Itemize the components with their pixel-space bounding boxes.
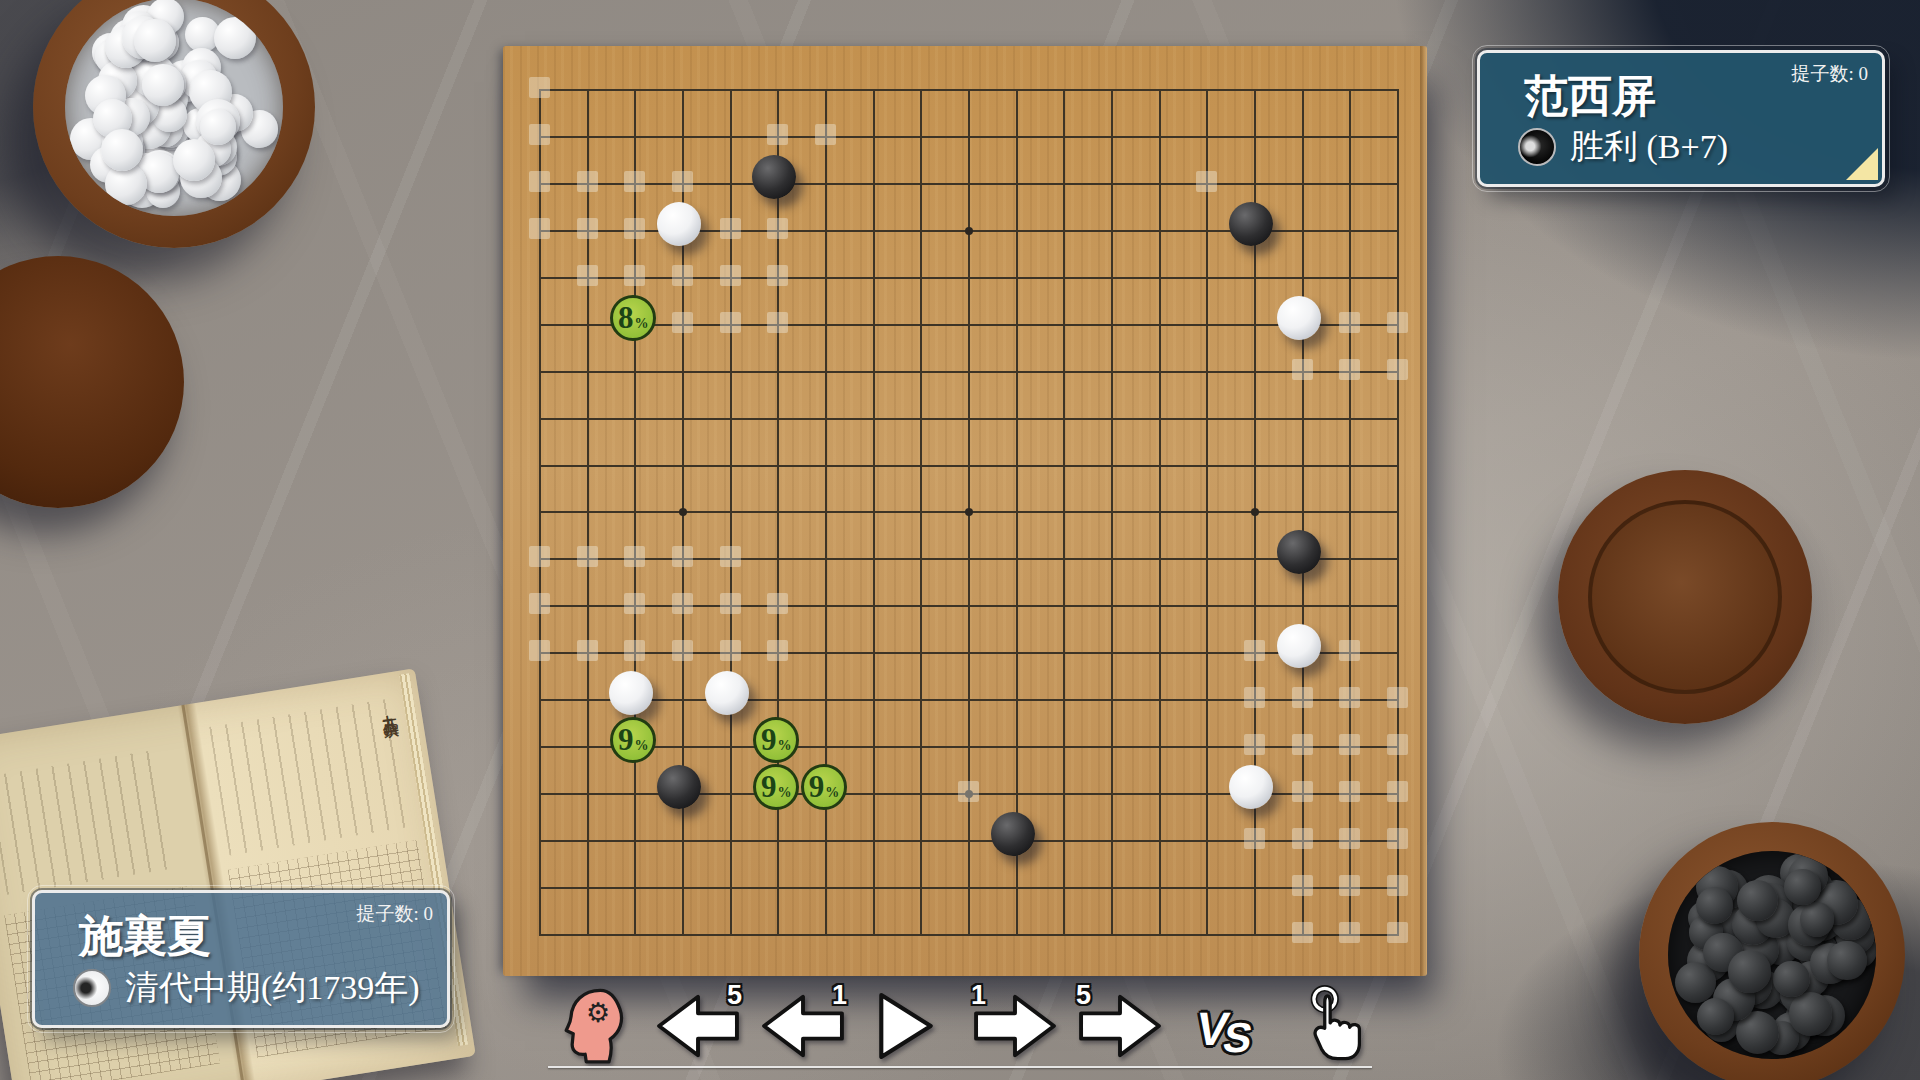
stone-black [1229,202,1273,246]
influence-square [767,218,788,239]
influence-square [1339,828,1360,849]
suggestion-percent-value: 8 [618,300,634,336]
black-go-stone-pebble [1728,950,1770,992]
back-1-button[interactable]: 1 [755,988,851,1064]
forward-5-label: 5 [1076,980,1091,1011]
white-go-stone-pebble [134,19,177,62]
captures-count-bottom: 提子数: 0 [356,901,433,927]
influence-square [577,640,598,661]
percent-sign: % [778,785,792,801]
white-go-stone-pebble [214,17,256,59]
grid-line-horizontal [539,605,1399,607]
hand-pointer-icon [1295,985,1361,1063]
move-suggestion-marker[interactable]: 9% [753,764,799,810]
influence-square [1387,687,1408,708]
book-text-columns [209,699,407,856]
grid-line-horizontal [539,840,1399,842]
grid-line-vertical [1206,89,1208,936]
influence-square [672,265,693,286]
white-stone-icon [73,969,111,1007]
go-board[interactable]: 8%9%9%9%9% [503,46,1425,976]
influence-square [815,124,836,145]
influence-square [1339,734,1360,755]
result-text-top: 胜利 (B+7) [1570,124,1728,170]
influence-square [767,265,788,286]
influence-square [720,640,741,661]
grid-line-horizontal [539,887,1399,889]
influence-square [1292,359,1313,380]
influence-square [767,312,788,333]
influence-square [529,77,550,98]
black-go-stone-pebble [1773,961,1809,997]
influence-square [624,218,645,239]
percent-sign: % [825,785,839,801]
suggestion-percent-value: 9 [761,722,777,758]
influence-square [1196,171,1217,192]
influence-square [624,593,645,614]
influence-square [672,171,693,192]
wooden-bowl-lid-right [1558,470,1812,724]
influence-square [1387,734,1408,755]
influence-square [1339,312,1360,333]
back-1-label: 1 [832,980,847,1011]
influence-square [624,171,645,192]
back-5-button[interactable]: 5 [650,988,746,1064]
influence-square [529,218,550,239]
influence-square [1292,922,1313,943]
influence-square [672,593,693,614]
book-text-columns [0,750,175,895]
stone-white [705,671,749,715]
grid-line-vertical [1302,89,1304,936]
white-go-stone-pebble [142,64,184,106]
influence-square [1244,640,1265,661]
black-stone-icon [1518,128,1556,166]
influence-square [529,593,550,614]
era-text-bottom: 清代中期(约1739年) [125,965,420,1011]
influence-square [767,124,788,145]
stone-white [1229,765,1273,809]
stone-white [609,671,653,715]
stone-black [991,812,1035,856]
influence-square [1292,734,1313,755]
percent-sign: % [778,738,792,754]
influence-square [1387,359,1408,380]
grid-line-vertical [1159,89,1161,936]
stone-black [1277,530,1321,574]
influence-square [720,218,741,239]
captures-count-top: 提子数: 0 [1791,61,1868,87]
grid-line-vertical [1063,89,1065,936]
black-go-stone-pebble [1827,941,1867,981]
player-card-fan-xiping: 提子数: 0 范西屏 胜利 (B+7) [1477,50,1885,187]
influence-square [1244,734,1265,755]
influence-square [1387,828,1408,849]
influence-square [577,171,598,192]
grid-line-vertical [1397,89,1399,936]
player-card-shi-xiangxia: 提子数: 0 施襄夏 清代中期(约1739年) [32,890,450,1028]
suggestion-percent-value: 9 [761,769,777,805]
influence-square [672,640,693,661]
influence-square [1292,875,1313,896]
stone-white [1277,624,1321,668]
versus-mode-button[interactable]: VS [1178,990,1270,1066]
influence-square [577,265,598,286]
influence-square [624,640,645,661]
play-icon [875,991,937,1061]
influence-square [1387,781,1408,802]
influence-square [1387,875,1408,896]
ai-think-button[interactable]: ⚙ [556,985,636,1065]
stone-white [1277,296,1321,340]
percent-sign: % [635,738,649,754]
influence-square [672,546,693,567]
grid-line-horizontal [539,558,1399,560]
influence-square [1339,922,1360,943]
black-stones-heap [1668,851,1876,1059]
star-point [965,508,973,516]
star-point [679,508,687,516]
move-suggestion-marker[interactable]: 9% [610,717,656,763]
influence-square [720,265,741,286]
influence-square [672,312,693,333]
forward-5-button[interactable]: 5 [1072,988,1168,1064]
influence-square [720,312,741,333]
gear-icon: ⚙ [586,997,610,1028]
white-go-stone-pebble [200,109,236,145]
grid-line-vertical [1016,89,1018,936]
grid-line-vertical [1111,89,1113,936]
influence-square [529,546,550,567]
hand-pointer-button[interactable] [1288,982,1368,1066]
influence-square [1339,687,1360,708]
suggestion-percent-value: 9 [809,769,825,805]
influence-square [1339,359,1360,380]
stone-black [752,155,796,199]
influence-square [720,593,741,614]
move-suggestion-marker[interactable]: 8% [610,295,656,341]
star-point [965,227,973,235]
star-point [1251,508,1259,516]
back-5-label: 5 [727,980,742,1011]
influence-square [720,546,741,567]
influence-square [1339,640,1360,661]
influence-square [529,171,550,192]
influence-square [529,124,550,145]
grid-line-horizontal [539,652,1399,654]
forward-1-label: 1 [971,980,986,1011]
influence-square [1387,922,1408,943]
percent-sign: % [635,316,649,332]
influence-square [1244,687,1265,708]
black-go-stone-pebble [1784,869,1820,905]
black-go-stone-pebble [1800,902,1834,936]
move-suggestion-marker[interactable]: 9% [801,764,847,810]
forward-1-button[interactable]: 1 [967,988,1063,1064]
influence-square [1244,828,1265,849]
influence-square [767,593,788,614]
grid-line-horizontal [539,746,1399,748]
influence-square [767,640,788,661]
corner-triangle-badge[interactable] [1846,148,1878,180]
black-stones-bowl [1639,822,1905,1080]
influence-square [1292,781,1313,802]
player-name-bottom: 施襄夏 [79,907,211,966]
influence-square [1292,687,1313,708]
stone-white [657,202,701,246]
move-suggestion-marker[interactable]: 9% [753,717,799,763]
white-go-stone-pebble [101,129,143,171]
influence-square [624,546,645,567]
grid-line-horizontal [539,934,1399,936]
black-go-stone-pebble [1789,992,1833,1036]
influence-square [577,546,598,567]
grid-line-vertical [1349,89,1351,936]
black-go-stone-pebble [1697,998,1734,1035]
influence-square [1339,875,1360,896]
player-name-top: 范西屏 [1524,67,1656,126]
influence-square [1339,781,1360,802]
influence-square [1292,828,1313,849]
lid-inner-ring [1588,500,1782,694]
influence-square [958,781,979,802]
influence-square [529,640,550,661]
influence-square [577,218,598,239]
white-stones-heap [65,0,283,216]
influence-square [624,265,645,286]
replay-progress-line[interactable] [548,1066,1372,1068]
book-title-text: 九五鎮 [377,702,398,717]
play-button[interactable] [870,990,942,1062]
black-go-stone-pebble [1696,887,1733,924]
stone-black [657,765,701,809]
influence-square [1387,312,1408,333]
suggestion-percent-value: 9 [618,722,634,758]
grid-line-horizontal [539,699,1399,701]
